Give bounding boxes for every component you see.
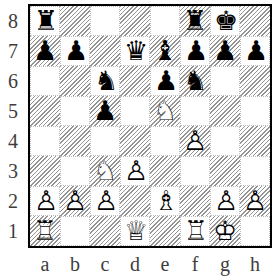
- black-rook-a8: ♜: [31, 6, 59, 36]
- white-piece-glyph: ♕: [121, 216, 151, 246]
- rank-label-3: 3: [0, 156, 26, 186]
- square-b5[interactable]: [60, 96, 90, 126]
- rank-labels: 87654321: [0, 6, 26, 246]
- white-piece-glyph: ♙: [240, 186, 270, 216]
- square-e8[interactable]: [150, 6, 180, 36]
- chess-diagram: 87654321 ♜♜♚♟♟♛♝♟♟♟♞♟♞♟♞♘♟♙♞♘♟♙♟♙♟♙♟♙♝♗♟…: [0, 0, 278, 280]
- black-pawn-g7: ♟: [210, 36, 240, 66]
- square-a5[interactable]: [30, 96, 60, 126]
- square-a8[interactable]: ♜: [30, 6, 60, 36]
- white-piece-glyph: ♖: [181, 216, 211, 246]
- black-piece-glyph: ♜: [180, 6, 210, 36]
- file-label-e: e: [150, 250, 180, 278]
- square-b2[interactable]: ♟♙: [60, 186, 90, 216]
- black-piece-glyph: ♟: [241, 36, 271, 66]
- square-d6[interactable]: [120, 66, 150, 96]
- black-pawn-a7: ♟: [30, 36, 60, 66]
- white-knight-c3: ♞♘: [90, 156, 120, 186]
- white-pawn-b2: ♟♙: [60, 186, 90, 216]
- square-d7[interactable]: ♛: [120, 36, 150, 66]
- file-label-b: b: [60, 250, 90, 278]
- square-c5[interactable]: ♟: [90, 96, 120, 126]
- white-piece-glyph: ♙: [60, 186, 90, 216]
- square-d8[interactable]: [120, 6, 150, 36]
- rank-label-7: 7: [0, 36, 26, 66]
- white-piece-glyph: ♙: [211, 186, 241, 216]
- black-king-g8: ♚: [211, 6, 239, 36]
- square-f4[interactable]: ♟♙: [180, 126, 210, 156]
- black-piece-glyph: ♟: [151, 66, 181, 96]
- square-c4[interactable]: [90, 126, 120, 156]
- square-g5[interactable]: [210, 96, 240, 126]
- square-b4[interactable]: [60, 126, 90, 156]
- square-e7[interactable]: ♝: [150, 36, 180, 66]
- square-a1[interactable]: ♜♖: [30, 216, 60, 246]
- black-bishop-e7: ♝: [150, 36, 180, 66]
- square-e2[interactable]: ♝♗: [150, 186, 180, 216]
- square-g7[interactable]: ♟: [210, 36, 240, 66]
- square-g8[interactable]: ♚: [210, 6, 240, 36]
- board-frame: ♜♜♚♟♟♛♝♟♟♟♞♟♞♟♞♘♟♙♞♘♟♙♟♙♟♙♟♙♝♗♟♙♟♙♜♖♛♕♜♖…: [28, 4, 272, 248]
- square-d5[interactable]: [120, 96, 150, 126]
- file-label-d: d: [120, 250, 150, 278]
- black-piece-glyph: ♛: [121, 36, 151, 66]
- white-piece-glyph: ♖: [30, 216, 60, 246]
- white-rook-f1: ♜♖: [181, 216, 209, 246]
- black-piece-glyph: ♟: [210, 36, 240, 66]
- square-d1[interactable]: ♛♕: [120, 216, 150, 246]
- square-f2[interactable]: [180, 186, 210, 216]
- white-queen-d1: ♛♕: [121, 216, 149, 246]
- square-e6[interactable]: ♟: [150, 66, 180, 96]
- white-pawn-a2: ♟♙: [31, 186, 59, 216]
- white-pawn-c2: ♟♙: [91, 186, 119, 216]
- square-f3[interactable]: [180, 156, 210, 186]
- black-piece-glyph: ♟: [30, 36, 60, 66]
- file-label-f: f: [180, 250, 210, 278]
- square-c2[interactable]: ♟♙: [90, 186, 120, 216]
- square-e5[interactable]: ♞♘: [150, 96, 180, 126]
- square-g1[interactable]: ♚♔: [210, 216, 240, 246]
- white-rook-a1: ♜♖: [30, 216, 60, 246]
- white-bishop-e2: ♝♗: [151, 186, 179, 216]
- square-c3[interactable]: ♞♘: [90, 156, 120, 186]
- white-pawn-h2: ♟♙: [240, 186, 270, 216]
- white-piece-glyph: ♔: [210, 216, 240, 246]
- square-h3[interactable]: [240, 156, 270, 186]
- square-g6[interactable]: [210, 66, 240, 96]
- square-f1[interactable]: ♜♖: [180, 216, 210, 246]
- white-piece-glyph: ♘: [150, 96, 180, 126]
- black-pawn-e6: ♟: [151, 66, 179, 96]
- square-g2[interactable]: ♟♙: [210, 186, 240, 216]
- square-b1[interactable]: [60, 216, 90, 246]
- black-pawn-f7: ♟: [181, 36, 209, 66]
- white-knight-e5: ♞♘: [150, 96, 180, 126]
- rank-label-6: 6: [0, 66, 26, 96]
- white-king-g1: ♚♔: [210, 216, 240, 246]
- square-c8[interactable]: [90, 6, 120, 36]
- square-g4[interactable]: [210, 126, 240, 156]
- file-label-c: c: [90, 250, 120, 278]
- file-label-g: g: [210, 250, 240, 278]
- white-pawn-d3: ♟♙: [121, 156, 149, 186]
- white-pawn-f4: ♟♙: [180, 126, 210, 156]
- square-c1[interactable]: [90, 216, 120, 246]
- square-b6[interactable]: [60, 66, 90, 96]
- white-piece-glyph: ♙: [121, 156, 151, 186]
- rank-label-2: 2: [0, 186, 26, 216]
- black-piece-glyph: ♝: [150, 36, 180, 66]
- black-queen-d7: ♛: [121, 36, 149, 66]
- square-h8[interactable]: [240, 6, 270, 36]
- square-f8[interactable]: ♜: [180, 6, 210, 36]
- black-piece-glyph: ♟: [181, 36, 211, 66]
- square-b7[interactable]: ♟: [60, 36, 90, 66]
- black-piece-glyph: ♞: [91, 66, 121, 96]
- square-b8[interactable]: [60, 6, 90, 36]
- black-piece-glyph: ♟: [90, 96, 120, 126]
- square-e3[interactable]: [150, 156, 180, 186]
- square-c7[interactable]: [90, 36, 120, 66]
- rank-label-4: 4: [0, 126, 26, 156]
- chess-board[interactable]: ♜♜♚♟♟♛♝♟♟♟♞♟♞♟♞♘♟♙♞♘♟♙♟♙♟♙♟♙♝♗♟♙♟♙♜♖♛♕♜♖…: [30, 6, 270, 246]
- square-a6[interactable]: [30, 66, 60, 96]
- rank-label-1: 1: [0, 216, 26, 246]
- black-pawn-h7: ♟: [241, 36, 269, 66]
- white-piece-glyph: ♘: [90, 156, 120, 186]
- black-knight-f6: ♞: [180, 66, 210, 96]
- square-f7[interactable]: ♟: [180, 36, 210, 66]
- white-piece-glyph: ♙: [31, 186, 61, 216]
- square-d2[interactable]: [120, 186, 150, 216]
- file-labels: abcdefgh: [30, 250, 270, 278]
- black-piece-glyph: ♟: [61, 36, 91, 66]
- square-h5[interactable]: [240, 96, 270, 126]
- square-h7[interactable]: ♟: [240, 36, 270, 66]
- black-pawn-b7: ♟: [61, 36, 89, 66]
- square-a4[interactable]: [30, 126, 60, 156]
- white-piece-glyph: ♗: [151, 186, 181, 216]
- black-piece-glyph: ♞: [180, 66, 210, 96]
- black-knight-c6: ♞: [91, 66, 119, 96]
- file-label-h: h: [240, 250, 270, 278]
- square-e4[interactable]: [150, 126, 180, 156]
- square-b3[interactable]: [60, 156, 90, 186]
- black-piece-glyph: ♚: [211, 6, 241, 36]
- rank-label-8: 8: [0, 6, 26, 36]
- square-h4[interactable]: [240, 126, 270, 156]
- square-a3[interactable]: [30, 156, 60, 186]
- square-f6[interactable]: ♞: [180, 66, 210, 96]
- rank-label-5: 5: [0, 96, 26, 126]
- square-e1[interactable]: [150, 216, 180, 246]
- white-piece-glyph: ♙: [91, 186, 121, 216]
- square-d3[interactable]: ♟♙: [120, 156, 150, 186]
- square-g3[interactable]: [210, 156, 240, 186]
- square-h6[interactable]: [240, 66, 270, 96]
- white-pawn-g2: ♟♙: [211, 186, 239, 216]
- square-f5[interactable]: [180, 96, 210, 126]
- black-pawn-c5: ♟: [90, 96, 120, 126]
- square-h1[interactable]: [240, 216, 270, 246]
- square-a2[interactable]: ♟♙: [30, 186, 60, 216]
- square-a7[interactable]: ♟: [30, 36, 60, 66]
- square-h2[interactable]: ♟♙: [240, 186, 270, 216]
- black-rook-f8: ♜: [180, 6, 210, 36]
- square-c6[interactable]: ♞: [90, 66, 120, 96]
- square-d4[interactable]: [120, 126, 150, 156]
- file-label-a: a: [30, 250, 60, 278]
- white-piece-glyph: ♙: [180, 126, 210, 156]
- black-piece-glyph: ♜: [31, 6, 61, 36]
